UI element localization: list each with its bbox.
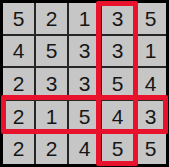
cell-r1c4[interactable]: 3 [102, 3, 133, 34]
cell-r5c4[interactable]: 5 [102, 133, 133, 164]
cell-r4c3[interactable]: 5 [69, 101, 100, 132]
cell-r5c2[interactable]: 2 [36, 133, 67, 164]
cell-r4c4[interactable]: 4 [102, 101, 133, 132]
cell-r5c3[interactable]: 4 [69, 133, 100, 164]
cell-r2c5[interactable]: 1 [135, 36, 166, 67]
cell-r5c1[interactable]: 2 [3, 133, 34, 164]
cell-r2c1[interactable]: 4 [3, 36, 34, 67]
cell-r3c4[interactable]: 5 [102, 68, 133, 99]
cell-r3c5[interactable]: 4 [135, 68, 166, 99]
number-grid: 5 2 1 3 5 4 5 3 3 1 2 3 3 5 4 2 1 5 4 3 … [0, 0, 169, 167]
puzzle-board: 5 2 1 3 5 4 5 3 3 1 2 3 3 5 4 2 1 5 4 3 … [0, 0, 169, 167]
cell-r4c5[interactable]: 3 [135, 101, 166, 132]
cell-r1c1[interactable]: 5 [3, 3, 34, 34]
cell-r5c5[interactable]: 5 [135, 133, 166, 164]
cell-r2c2[interactable]: 5 [36, 36, 67, 67]
cell-r1c2[interactable]: 2 [36, 3, 67, 34]
cell-r2c4[interactable]: 3 [102, 36, 133, 67]
cell-r3c2[interactable]: 3 [36, 68, 67, 99]
cell-r2c3[interactable]: 3 [69, 36, 100, 67]
cell-r1c5[interactable]: 5 [135, 3, 166, 34]
cell-r4c1[interactable]: 2 [3, 101, 34, 132]
cell-r3c3[interactable]: 3 [69, 68, 100, 99]
cell-r4c2[interactable]: 1 [36, 101, 67, 132]
cell-r3c1[interactable]: 2 [3, 68, 34, 99]
cell-r1c3[interactable]: 1 [69, 3, 100, 34]
